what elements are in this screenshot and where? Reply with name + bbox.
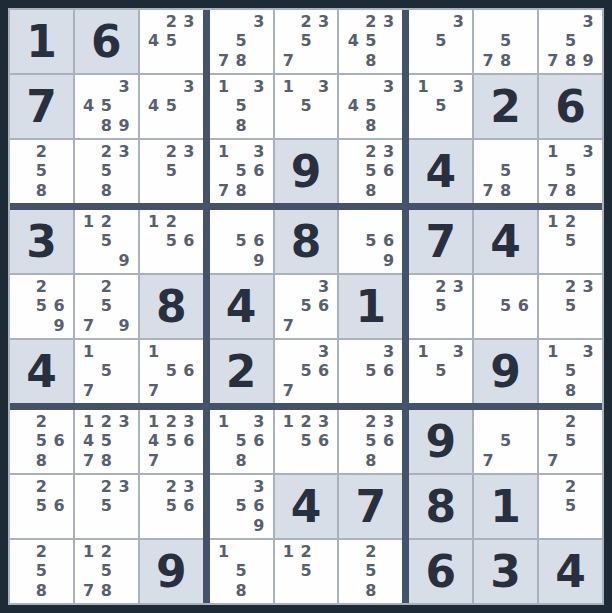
cell-r2c5[interactable]: 135 — [275, 75, 338, 138]
cell-value: 3 — [490, 550, 521, 594]
pencil-marks: 235 — [80, 477, 133, 536]
cell-r2c7[interactable]: 135 — [409, 75, 472, 138]
cell-r1c4[interactable]: 3578 — [210, 10, 273, 73]
cell-r9c6[interactable]: 258 — [339, 540, 402, 603]
candidate-3: 3 — [579, 342, 597, 362]
candidate-9: 9 — [250, 516, 268, 536]
candidate-5: 5 — [297, 432, 315, 452]
candidate-5: 5 — [362, 232, 380, 252]
candidate-3: 3 — [380, 142, 398, 162]
pencil-marks: 1256 — [145, 212, 198, 271]
cell-r4c3[interactable]: 1256 — [140, 210, 203, 273]
candidate-5: 5 — [162, 32, 180, 52]
candidate-2: 2 — [162, 142, 180, 162]
cell-r2c4[interactable]: 1358 — [210, 75, 273, 138]
candidate-6: 6 — [180, 232, 198, 252]
candidate-5: 5 — [432, 32, 450, 52]
pencil-marks: 57 — [479, 412, 532, 471]
candidate-7: 7 — [544, 451, 562, 471]
pencil-marks: 578 — [479, 142, 532, 201]
candidate-9: 9 — [50, 316, 68, 336]
cell-r2c6[interactable]: 3458 — [339, 75, 402, 138]
candidate-5: 5 — [432, 362, 450, 382]
candidate-7: 7 — [80, 381, 98, 401]
cell-value: 4 — [26, 350, 57, 394]
cell-r4c1[interactable]: 3 — [10, 210, 73, 273]
candidate-3: 3 — [250, 477, 268, 497]
candidate-5: 5 — [98, 162, 116, 182]
page: { "game": "sudoku", "position": "16.....… — [0, 0, 612, 613]
pencil-marks: 235 — [544, 277, 597, 336]
box-9: 9572578125634 — [409, 410, 602, 603]
candidate-1: 1 — [215, 77, 233, 97]
candidate-5: 5 — [562, 32, 580, 52]
cell-r8c9[interactable]: 25 — [539, 475, 602, 538]
candidate-7: 7 — [145, 451, 163, 471]
cell-r5c1[interactable]: 2569 — [10, 275, 73, 338]
cell-r1c7[interactable]: 35 — [409, 10, 472, 73]
pencil-marks: 135 — [414, 77, 467, 136]
cell-r4c9[interactable]: 125 — [539, 210, 602, 273]
candidate-5: 5 — [162, 497, 180, 517]
candidate-3: 3 — [115, 477, 133, 497]
candidate-3: 3 — [250, 12, 268, 32]
candidate-7: 7 — [479, 451, 497, 471]
cell-r5c8[interactable]: 56 — [474, 275, 537, 338]
candidate-6: 6 — [315, 362, 333, 382]
cell-r5c2[interactable]: 2579 — [75, 275, 138, 338]
candidate-5: 5 — [432, 97, 450, 117]
candidate-3: 3 — [315, 342, 333, 362]
candidate-3: 3 — [115, 142, 133, 162]
pencil-marks: 125 — [544, 212, 597, 271]
candidate-5: 5 — [232, 232, 250, 252]
cell-r8c6[interactable]: 7 — [339, 475, 402, 538]
pencil-marks: 2357 — [280, 12, 333, 71]
cell-r6c3[interactable]: 1567 — [140, 340, 203, 403]
candidate-3: 3 — [579, 142, 597, 162]
cell-r1c3[interactable]: 2345 — [140, 10, 203, 73]
candidate-9: 9 — [380, 251, 398, 271]
cell-r5c7[interactable]: 235 — [409, 275, 472, 338]
candidate-1: 1 — [145, 212, 163, 232]
candidate-5: 5 — [232, 432, 250, 452]
candidate-6: 6 — [315, 432, 333, 452]
candidate-3: 3 — [579, 277, 597, 297]
cell-r2c8[interactable]: 2 — [474, 75, 537, 138]
candidate-5: 5 — [297, 32, 315, 52]
pencil-marks: 13568 — [215, 412, 268, 471]
candidate-6: 6 — [50, 432, 68, 452]
candidate-6: 6 — [180, 362, 198, 382]
cell-r1c6[interactable]: 23458 — [339, 10, 402, 73]
cell-r5c5[interactable]: 3567 — [275, 275, 338, 338]
cell-r7c7[interactable]: 9 — [409, 410, 472, 473]
box-2: 357823572345813581353458135678923568 — [210, 10, 403, 203]
cell-r5c9[interactable]: 235 — [539, 275, 602, 338]
cell-r6c2[interactable]: 157 — [75, 340, 138, 403]
cell-r9c7[interactable]: 6 — [409, 540, 472, 603]
candidate-2: 2 — [33, 412, 51, 432]
candidate-6: 6 — [380, 232, 398, 252]
cell-r2c9[interactable]: 6 — [539, 75, 602, 138]
candidate-3: 3 — [380, 77, 398, 97]
pencil-marks: 3567 — [280, 277, 333, 336]
box-8: 135681235623568356947158125258 — [210, 410, 403, 603]
cell-r7c3[interactable]: 1234567 — [140, 410, 203, 473]
candidate-8: 8 — [562, 51, 580, 71]
cell-r9c8[interactable]: 3 — [474, 540, 537, 603]
cell-r8c5[interactable]: 4 — [275, 475, 338, 538]
candidate-5: 5 — [362, 362, 380, 382]
candidate-5: 5 — [497, 432, 515, 452]
cell-value: 3 — [26, 220, 57, 264]
cell-r3c3[interactable]: 235 — [140, 140, 203, 203]
candidate-8: 8 — [562, 181, 580, 201]
candidate-1: 1 — [80, 542, 98, 562]
cell-r7c8[interactable]: 57 — [474, 410, 537, 473]
cell-value: 4 — [291, 485, 322, 529]
pencil-marks: 3567 — [280, 342, 333, 401]
candidate-3: 3 — [180, 77, 198, 97]
pencil-marks: 1358 — [215, 77, 268, 136]
candidate-5: 5 — [297, 97, 315, 117]
candidate-8: 8 — [362, 116, 380, 136]
candidate-4: 4 — [344, 97, 362, 117]
candidate-7: 7 — [544, 51, 562, 71]
candidate-2: 2 — [297, 542, 315, 562]
cell-value: 1 — [356, 285, 387, 329]
cell-r9c5[interactable]: 125 — [275, 540, 338, 603]
cell-r6c7[interactable]: 135 — [409, 340, 472, 403]
candidate-5: 5 — [33, 162, 51, 182]
cell-r6c1[interactable]: 4 — [10, 340, 73, 403]
candidate-7: 7 — [544, 181, 562, 201]
box-3: 355783578913526457813578 — [409, 10, 602, 203]
candidate-2: 2 — [33, 142, 51, 162]
pencil-marks: 2579 — [80, 277, 133, 336]
candidate-3: 3 — [315, 412, 333, 432]
pencil-marks: 235 — [145, 142, 198, 201]
pencil-marks: 256 — [15, 477, 68, 536]
candidate-1: 1 — [280, 542, 298, 562]
pencil-marks: 35789 — [544, 12, 597, 71]
cell-r2c2[interactable]: 34589 — [75, 75, 138, 138]
cell-r6c8[interactable]: 9 — [474, 340, 537, 403]
candidate-9: 9 — [579, 51, 597, 71]
candidate-3: 3 — [180, 142, 198, 162]
candidate-5: 5 — [297, 362, 315, 382]
candidate-5: 5 — [232, 32, 250, 52]
candidate-3: 3 — [180, 12, 198, 32]
cell-value: 9 — [425, 420, 456, 464]
candidate-2: 2 — [162, 12, 180, 32]
candidate-2: 2 — [562, 412, 580, 432]
candidate-1: 1 — [80, 342, 98, 362]
candidate-7: 7 — [479, 181, 497, 201]
candidate-6: 6 — [180, 497, 198, 517]
candidate-2: 2 — [297, 12, 315, 32]
candidate-5: 5 — [33, 432, 51, 452]
candidate-8: 8 — [232, 116, 250, 136]
candidate-6: 6 — [50, 497, 68, 517]
pencil-marks: 3569 — [215, 477, 268, 536]
candidate-2: 2 — [33, 477, 51, 497]
pencil-marks: 1234567 — [145, 412, 198, 471]
cell-r5c3[interactable]: 8 — [140, 275, 203, 338]
candidate-8: 8 — [362, 581, 380, 601]
candidate-5: 5 — [162, 97, 180, 117]
cell-r3c7[interactable]: 4 — [409, 140, 472, 203]
candidate-5: 5 — [297, 562, 315, 582]
candidate-5: 5 — [33, 297, 51, 317]
candidate-3: 3 — [380, 12, 398, 32]
candidate-2: 2 — [98, 412, 116, 432]
cell-value: 7 — [425, 220, 456, 264]
candidate-2: 2 — [162, 477, 180, 497]
candidate-5: 5 — [232, 97, 250, 117]
cell-r1c5[interactable]: 2357 — [275, 10, 338, 73]
cell-value: 4 — [555, 550, 586, 594]
cell-r3c9[interactable]: 13578 — [539, 140, 602, 203]
candidate-8: 8 — [98, 116, 116, 136]
candidate-3: 3 — [250, 142, 268, 162]
cell-value: 9 — [291, 150, 322, 194]
cell-r7c6[interactable]: 23568 — [339, 410, 402, 473]
candidate-1: 1 — [215, 142, 233, 162]
candidate-8: 8 — [232, 451, 250, 471]
cell-r9c1[interactable]: 258 — [10, 540, 73, 603]
candidate-7: 7 — [479, 51, 497, 71]
candidate-5: 5 — [162, 232, 180, 252]
box-1: 1623457345893452582358235 — [10, 10, 203, 203]
candidate-5: 5 — [98, 432, 116, 452]
cell-r8c7[interactable]: 8 — [409, 475, 472, 538]
candidate-8: 8 — [232, 51, 250, 71]
candidate-1: 1 — [280, 412, 298, 432]
candidate-1: 1 — [544, 142, 562, 162]
candidate-7: 7 — [280, 316, 298, 336]
candidate-5: 5 — [98, 362, 116, 382]
cell-r6c9[interactable]: 1358 — [539, 340, 602, 403]
pencil-marks: 2569 — [15, 277, 68, 336]
candidate-4: 4 — [80, 97, 98, 117]
candidate-8: 8 — [562, 381, 580, 401]
cell-r1c2[interactable]: 6 — [75, 10, 138, 73]
cell-r5c4[interactable]: 4 — [210, 275, 273, 338]
candidate-5: 5 — [98, 297, 116, 317]
cell-r3c1[interactable]: 258 — [10, 140, 73, 203]
candidate-5: 5 — [562, 362, 580, 382]
cell-r6c4[interactable]: 2 — [210, 340, 273, 403]
pencil-marks: 135 — [414, 342, 467, 401]
candidate-7: 7 — [80, 451, 98, 471]
pencil-marks: 23568 — [344, 412, 397, 471]
candidate-7: 7 — [215, 181, 233, 201]
pencil-marks: 34589 — [80, 77, 133, 136]
candidate-3: 3 — [450, 277, 468, 297]
candidate-6: 6 — [250, 497, 268, 517]
candidate-8: 8 — [232, 181, 250, 201]
cell-r3c4[interactable]: 135678 — [210, 140, 273, 203]
pencil-marks: 13578 — [544, 142, 597, 201]
candidate-2: 2 — [432, 277, 450, 297]
cell-r9c3[interactable]: 9 — [140, 540, 203, 603]
cell-r1c8[interactable]: 578 — [474, 10, 537, 73]
cell-r8c1[interactable]: 256 — [10, 475, 73, 538]
box-6: 741252355623513591358 — [409, 210, 602, 403]
pencil-marks: 135678 — [215, 142, 268, 201]
candidate-3: 3 — [315, 277, 333, 297]
pencil-marks: 356 — [344, 342, 397, 401]
candidate-5: 5 — [232, 162, 250, 182]
candidate-3: 3 — [315, 12, 333, 32]
pencil-marks: 1234578 — [80, 412, 133, 471]
candidate-3: 3 — [315, 77, 333, 97]
cell-r8c8[interactable]: 1 — [474, 475, 537, 538]
cell-value: 9 — [156, 550, 187, 594]
cell-r2c3[interactable]: 345 — [140, 75, 203, 138]
cell-r5c6[interactable]: 1 — [339, 275, 402, 338]
cell-value: 6 — [91, 20, 122, 64]
candidate-8: 8 — [362, 181, 380, 201]
box-5: 569856943567123567356 — [210, 210, 403, 403]
candidate-4: 4 — [344, 32, 362, 52]
candidate-8: 8 — [98, 451, 116, 471]
cell-r7c4[interactable]: 13568 — [210, 410, 273, 473]
cell-r9c9[interactable]: 4 — [539, 540, 602, 603]
candidate-1: 1 — [280, 77, 298, 97]
candidate-2: 2 — [362, 142, 380, 162]
cell-r7c9[interactable]: 257 — [539, 410, 602, 473]
candidate-5: 5 — [362, 32, 380, 52]
pencil-marks: 2345 — [145, 12, 198, 71]
pencil-marks: 135 — [280, 77, 333, 136]
cell-r4c5[interactable]: 8 — [275, 210, 338, 273]
cell-r8c2[interactable]: 235 — [75, 475, 138, 538]
candidate-6: 6 — [315, 297, 333, 317]
cell-r7c5[interactable]: 12356 — [275, 410, 338, 473]
candidate-9: 9 — [115, 251, 133, 271]
cell-r3c6[interactable]: 23568 — [339, 140, 402, 203]
pencil-marks: 2568 — [15, 412, 68, 471]
cell-value: 4 — [490, 220, 521, 264]
cell-value: 8 — [156, 285, 187, 329]
candidate-1: 1 — [145, 342, 163, 362]
candidate-8: 8 — [98, 181, 116, 201]
candidate-7: 7 — [80, 316, 98, 336]
cell-r8c4[interactable]: 3569 — [210, 475, 273, 538]
candidate-3: 3 — [115, 412, 133, 432]
candidate-3: 3 — [115, 77, 133, 97]
cell-r3c5[interactable]: 9 — [275, 140, 338, 203]
candidate-3: 3 — [180, 477, 198, 497]
cell-value: 2 — [490, 85, 521, 129]
cell-r3c2[interactable]: 2358 — [75, 140, 138, 203]
candidate-5: 5 — [432, 297, 450, 317]
cell-value: 6 — [555, 85, 586, 129]
candidate-3: 3 — [380, 342, 398, 362]
candidate-5: 5 — [562, 162, 580, 182]
pencil-marks: 23568 — [344, 142, 397, 201]
candidate-2: 2 — [33, 542, 51, 562]
candidate-3: 3 — [450, 342, 468, 362]
cell-value: 7 — [26, 85, 57, 129]
cell-r2c1[interactable]: 7 — [10, 75, 73, 138]
candidate-8: 8 — [33, 451, 51, 471]
candidate-2: 2 — [162, 412, 180, 432]
cell-r3c8[interactable]: 578 — [474, 140, 537, 203]
candidate-8: 8 — [497, 51, 515, 71]
candidate-8: 8 — [33, 181, 51, 201]
candidate-2: 2 — [562, 212, 580, 232]
cell-r9c2[interactable]: 12578 — [75, 540, 138, 603]
cell-r4c6[interactable]: 569 — [339, 210, 402, 273]
cell-r6c6[interactable]: 356 — [339, 340, 402, 403]
pencil-marks: 258 — [15, 542, 68, 601]
cell-r8c3[interactable]: 2356 — [140, 475, 203, 538]
pencil-marks: 23458 — [344, 12, 397, 71]
candidate-5: 5 — [562, 232, 580, 252]
pencil-marks: 12356 — [280, 412, 333, 471]
pencil-marks: 578 — [479, 12, 532, 71]
candidate-7: 7 — [215, 51, 233, 71]
cell-r7c2[interactable]: 1234578 — [75, 410, 138, 473]
candidate-3: 3 — [250, 77, 268, 97]
pencil-marks: 1259 — [80, 212, 133, 271]
candidate-2: 2 — [562, 477, 580, 497]
candidate-6: 6 — [250, 162, 268, 182]
cell-r4c2[interactable]: 1259 — [75, 210, 138, 273]
candidate-5: 5 — [232, 497, 250, 517]
cell-r6c5[interactable]: 3567 — [275, 340, 338, 403]
candidate-3: 3 — [579, 12, 597, 32]
candidate-1: 1 — [414, 77, 432, 97]
pencil-marks: 235 — [414, 277, 467, 336]
pencil-marks: 2356 — [145, 477, 198, 536]
candidate-7: 7 — [145, 381, 163, 401]
candidate-2: 2 — [98, 277, 116, 297]
candidate-5: 5 — [98, 97, 116, 117]
pencil-marks: 2358 — [80, 142, 133, 201]
candidate-5: 5 — [497, 32, 515, 52]
candidate-5: 5 — [562, 497, 580, 517]
candidate-6: 6 — [380, 432, 398, 452]
pencil-marks: 12578 — [80, 542, 133, 601]
pencil-marks: 56 — [479, 277, 532, 336]
cell-r4c8[interactable]: 4 — [474, 210, 537, 273]
candidate-6: 6 — [50, 297, 68, 317]
candidate-5: 5 — [33, 497, 51, 517]
candidate-5: 5 — [98, 497, 116, 517]
cell-r4c7[interactable]: 7 — [409, 210, 472, 273]
candidate-8: 8 — [98, 581, 116, 601]
cell-r1c9[interactable]: 35789 — [539, 10, 602, 73]
candidate-4: 4 — [80, 432, 98, 452]
cell-r1c1[interactable]: 1 — [10, 10, 73, 73]
candidate-2: 2 — [362, 412, 380, 432]
candidate-1: 1 — [145, 412, 163, 432]
candidate-3: 3 — [380, 412, 398, 432]
candidate-2: 2 — [98, 542, 116, 562]
candidate-5: 5 — [98, 562, 116, 582]
cell-r7c1[interactable]: 2568 — [10, 410, 73, 473]
cell-r4c4[interactable]: 569 — [210, 210, 273, 273]
candidate-8: 8 — [232, 581, 250, 601]
candidate-5: 5 — [297, 297, 315, 317]
cell-r9c4[interactable]: 158 — [210, 540, 273, 603]
candidate-5: 5 — [162, 162, 180, 182]
